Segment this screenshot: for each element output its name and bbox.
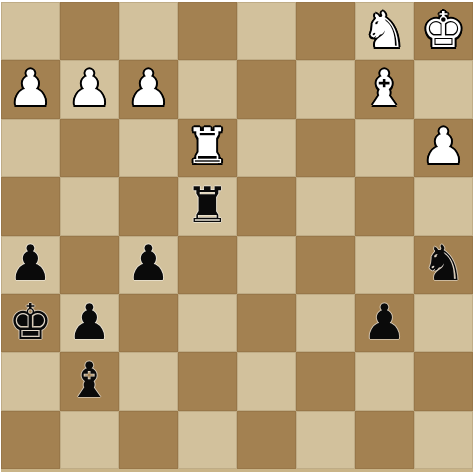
square-h5[interactable] (414, 177, 473, 235)
square-b1[interactable] (60, 411, 119, 469)
square-b3[interactable]: ♟ (60, 294, 119, 352)
square-b6[interactable] (60, 119, 119, 177)
square-b7[interactable]: ♟ (60, 60, 119, 118)
square-e3[interactable] (237, 294, 296, 352)
square-d3[interactable] (178, 294, 237, 352)
square-e4[interactable] (237, 236, 296, 294)
square-h3[interactable] (414, 294, 473, 352)
square-b2[interactable]: ♝ (60, 352, 119, 410)
black-pawn: ♟ (363, 298, 407, 347)
square-g7[interactable]: ♝ (355, 60, 414, 118)
square-d2[interactable] (178, 352, 237, 410)
square-e2[interactable] (237, 352, 296, 410)
square-f5[interactable] (296, 177, 355, 235)
board-grid: ♞♚♟♟♟♝♜♟♜♟♟♞♚♟♟♝ (1, 2, 473, 469)
square-e6[interactable] (237, 119, 296, 177)
square-h1[interactable] (414, 411, 473, 469)
white-rook: ♜ (186, 122, 230, 171)
black-pawn: ♟ (127, 239, 171, 288)
black-knight: ♞ (422, 239, 466, 288)
square-e1[interactable] (237, 411, 296, 469)
square-a6[interactable] (1, 119, 60, 177)
white-pawn: ♟ (422, 122, 466, 171)
square-f6[interactable] (296, 119, 355, 177)
square-f7[interactable] (296, 60, 355, 118)
square-h8[interactable]: ♚ (414, 2, 473, 60)
black-bishop: ♝ (68, 356, 112, 405)
square-a2[interactable] (1, 352, 60, 410)
square-b5[interactable] (60, 177, 119, 235)
white-pawn: ♟ (9, 64, 53, 113)
white-pawn: ♟ (127, 64, 171, 113)
square-g4[interactable] (355, 236, 414, 294)
white-king: ♚ (422, 6, 466, 55)
square-c2[interactable] (119, 352, 178, 410)
square-d8[interactable] (178, 2, 237, 60)
square-g5[interactable] (355, 177, 414, 235)
white-pawn: ♟ (68, 64, 112, 113)
black-king: ♚ (9, 298, 53, 347)
square-c3[interactable] (119, 294, 178, 352)
square-c6[interactable] (119, 119, 178, 177)
square-e5[interactable] (237, 177, 296, 235)
square-f8[interactable] (296, 2, 355, 60)
square-g3[interactable]: ♟ (355, 294, 414, 352)
square-f4[interactable] (296, 236, 355, 294)
square-c7[interactable]: ♟ (119, 60, 178, 118)
square-e8[interactable] (237, 2, 296, 60)
square-g1[interactable] (355, 411, 414, 469)
square-d1[interactable] (178, 411, 237, 469)
square-d7[interactable] (178, 60, 237, 118)
square-d6[interactable]: ♜ (178, 119, 237, 177)
square-a7[interactable]: ♟ (1, 60, 60, 118)
square-g6[interactable] (355, 119, 414, 177)
square-c5[interactable] (119, 177, 178, 235)
square-c8[interactable] (119, 2, 178, 60)
square-a4[interactable]: ♟ (1, 236, 60, 294)
white-knight: ♞ (363, 6, 407, 55)
square-f3[interactable] (296, 294, 355, 352)
black-rook: ♜ (186, 181, 230, 230)
square-h7[interactable] (414, 60, 473, 118)
square-h2[interactable] (414, 352, 473, 410)
square-a5[interactable] (1, 177, 60, 235)
square-e7[interactable] (237, 60, 296, 118)
square-c1[interactable] (119, 411, 178, 469)
square-h6[interactable]: ♟ (414, 119, 473, 177)
chess-board: ♞♚♟♟♟♝♜♟♜♟♟♞♚♟♟♝ (1, 2, 473, 472)
square-f2[interactable] (296, 352, 355, 410)
square-d4[interactable] (178, 236, 237, 294)
square-a3[interactable]: ♚ (1, 294, 60, 352)
square-a1[interactable] (1, 411, 60, 469)
square-f1[interactable] (296, 411, 355, 469)
square-c4[interactable]: ♟ (119, 236, 178, 294)
black-pawn: ♟ (68, 298, 112, 347)
white-bishop: ♝ (363, 64, 407, 113)
square-d5[interactable]: ♜ (178, 177, 237, 235)
square-h4[interactable]: ♞ (414, 236, 473, 294)
square-b4[interactable] (60, 236, 119, 294)
square-b8[interactable] (60, 2, 119, 60)
square-a8[interactable] (1, 2, 60, 60)
square-g8[interactable]: ♞ (355, 2, 414, 60)
black-pawn: ♟ (9, 239, 53, 288)
square-g2[interactable] (355, 352, 414, 410)
